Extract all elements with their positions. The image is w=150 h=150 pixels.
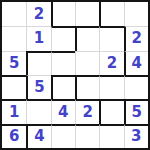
puzzle-board: 21252451425643 xyxy=(0,0,150,150)
cell-r1c2[interactable]: 2 xyxy=(26,2,50,26)
cell-r3c1[interactable]: 5 xyxy=(2,51,26,75)
cell-r5c5[interactable] xyxy=(99,99,123,123)
cell-r3c2[interactable] xyxy=(26,51,50,75)
cell-r1c6[interactable] xyxy=(124,2,148,26)
cell-r2c3[interactable] xyxy=(51,26,75,50)
cell-r5c2[interactable] xyxy=(26,99,50,123)
cell-r2c1[interactable] xyxy=(2,26,26,50)
cell-r2c4[interactable] xyxy=(75,26,99,50)
cell-r4c3[interactable] xyxy=(51,75,75,99)
cell-r6c4[interactable] xyxy=(75,124,99,148)
cell-r4c2[interactable]: 5 xyxy=(26,75,50,99)
cell-r6c3[interactable] xyxy=(51,124,75,148)
cell-r1c3[interactable] xyxy=(51,2,75,26)
cell-r6c6[interactable]: 3 xyxy=(124,124,148,148)
cell-r6c2[interactable]: 4 xyxy=(26,124,50,148)
cell-r2c5[interactable] xyxy=(99,26,123,50)
cell-r4c6[interactable] xyxy=(124,75,148,99)
cell-r1c5[interactable] xyxy=(99,2,123,26)
cell-r4c1[interactable] xyxy=(2,75,26,99)
cell-r3c3[interactable] xyxy=(51,51,75,75)
cell-r1c4[interactable] xyxy=(75,2,99,26)
cell-r6c1[interactable]: 6 xyxy=(2,124,26,148)
cell-r3c6[interactable]: 4 xyxy=(124,51,148,75)
cell-r5c1[interactable]: 1 xyxy=(2,99,26,123)
cell-r4c4[interactable] xyxy=(75,75,99,99)
cell-r5c3[interactable]: 4 xyxy=(51,99,75,123)
cell-r6c5[interactable] xyxy=(99,124,123,148)
cell-r2c2[interactable]: 1 xyxy=(26,26,50,50)
cell-r5c4[interactable]: 2 xyxy=(75,99,99,123)
cell-r1c1[interactable] xyxy=(2,2,26,26)
cell-r2c6[interactable]: 2 xyxy=(124,26,148,50)
cell-r3c5[interactable]: 2 xyxy=(99,51,123,75)
cell-r3c4[interactable] xyxy=(75,51,99,75)
cell-r4c5[interactable] xyxy=(99,75,123,99)
cell-r5c6[interactable]: 5 xyxy=(124,99,148,123)
